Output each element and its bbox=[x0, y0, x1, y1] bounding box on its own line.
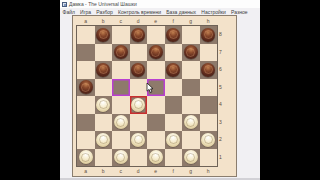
square-g3[interactable] bbox=[182, 114, 200, 132]
file-label-f: f bbox=[165, 16, 183, 26]
letterbox-left bbox=[0, 0, 60, 180]
square-f8[interactable] bbox=[165, 26, 183, 44]
square-b4[interactable] bbox=[95, 96, 113, 114]
square-g5[interactable] bbox=[182, 79, 200, 97]
rank-label-6: 6 bbox=[219, 61, 233, 79]
square-c4 bbox=[112, 96, 130, 114]
square-b2[interactable] bbox=[95, 131, 113, 149]
square-h2[interactable] bbox=[200, 131, 218, 149]
square-a5[interactable] bbox=[77, 79, 95, 97]
window-title: Дамка - The Universal Шашки bbox=[69, 0, 137, 8]
square-e6 bbox=[147, 61, 165, 79]
square-g1[interactable] bbox=[182, 149, 200, 167]
square-e4 bbox=[147, 96, 165, 114]
square-a8 bbox=[77, 26, 95, 44]
white-man-b4[interactable] bbox=[96, 98, 110, 112]
square-c8 bbox=[112, 26, 130, 44]
file-label-d: d bbox=[130, 16, 148, 26]
black-man-a5[interactable] bbox=[79, 80, 93, 94]
title-bar[interactable]: Дамка - The Universal Шашки bbox=[60, 0, 260, 8]
square-g4 bbox=[182, 96, 200, 114]
square-c1[interactable] bbox=[112, 149, 130, 167]
square-g8 bbox=[182, 26, 200, 44]
square-f7 bbox=[165, 44, 183, 62]
square-g7[interactable] bbox=[182, 44, 200, 62]
square-a2 bbox=[77, 131, 95, 149]
board-grid bbox=[77, 26, 217, 166]
white-man-f2[interactable] bbox=[166, 133, 180, 147]
file-label-h: h bbox=[200, 16, 218, 26]
square-e1[interactable] bbox=[147, 149, 165, 167]
square-e2 bbox=[147, 131, 165, 149]
black-man-c7[interactable] bbox=[114, 45, 128, 59]
black-man-h8[interactable] bbox=[201, 28, 215, 42]
file-label-e: e bbox=[147, 166, 165, 176]
square-d7 bbox=[130, 44, 148, 62]
square-b3 bbox=[95, 114, 113, 132]
rank-label-5: 5 bbox=[219, 79, 233, 97]
square-f3 bbox=[165, 114, 183, 132]
square-d2[interactable] bbox=[130, 131, 148, 149]
file-label-e: e bbox=[147, 16, 165, 26]
square-f4[interactable] bbox=[165, 96, 183, 114]
white-man-a1[interactable] bbox=[79, 150, 93, 164]
square-d3 bbox=[130, 114, 148, 132]
white-man-e1[interactable] bbox=[149, 150, 163, 164]
square-f5 bbox=[165, 79, 183, 97]
rank-label-2: 2 bbox=[219, 131, 233, 149]
white-man-g3[interactable] bbox=[184, 115, 198, 129]
black-man-e7[interactable] bbox=[149, 45, 163, 59]
black-man-f6[interactable] bbox=[166, 63, 180, 77]
rank-label-3: 3 bbox=[219, 114, 233, 132]
file-labels-top: abcdefgh bbox=[77, 16, 217, 26]
square-a3[interactable] bbox=[77, 114, 95, 132]
white-man-d2[interactable] bbox=[131, 133, 145, 147]
letterbox-right bbox=[260, 0, 320, 180]
black-man-d6[interactable] bbox=[131, 63, 145, 77]
square-d4[interactable] bbox=[130, 96, 148, 114]
square-h4[interactable] bbox=[200, 96, 218, 114]
file-label-g: g bbox=[182, 166, 200, 176]
square-g2 bbox=[182, 131, 200, 149]
white-man-c1[interactable] bbox=[114, 150, 128, 164]
rank-label-7: 7 bbox=[219, 44, 233, 62]
square-b8[interactable] bbox=[95, 26, 113, 44]
square-e7[interactable] bbox=[147, 44, 165, 62]
white-man-h2[interactable] bbox=[201, 133, 215, 147]
square-c3[interactable] bbox=[112, 114, 130, 132]
square-a6 bbox=[77, 61, 95, 79]
square-h6[interactable] bbox=[200, 61, 218, 79]
black-man-h6[interactable] bbox=[201, 63, 215, 77]
square-a7[interactable] bbox=[77, 44, 95, 62]
rank-label-4: 4 bbox=[219, 96, 233, 114]
square-c5[interactable] bbox=[112, 79, 130, 97]
square-e3[interactable] bbox=[147, 114, 165, 132]
app-window: Дамка - The Universal Шашки ФайлИграРазб… bbox=[60, 0, 260, 180]
mouse-cursor-icon bbox=[146, 83, 154, 94]
square-d6[interactable] bbox=[130, 61, 148, 79]
square-a4 bbox=[77, 96, 95, 114]
square-d8[interactable] bbox=[130, 26, 148, 44]
square-f6[interactable] bbox=[165, 61, 183, 79]
file-label-b: b bbox=[95, 166, 113, 176]
square-f2[interactable] bbox=[165, 131, 183, 149]
file-label-f: f bbox=[165, 166, 183, 176]
square-d5 bbox=[130, 79, 148, 97]
square-c2 bbox=[112, 131, 130, 149]
square-c7[interactable] bbox=[112, 44, 130, 62]
square-h3 bbox=[200, 114, 218, 132]
file-label-c: c bbox=[112, 16, 130, 26]
rank-label-8: 8 bbox=[219, 26, 233, 44]
square-d1 bbox=[130, 149, 148, 167]
square-b1 bbox=[95, 149, 113, 167]
square-h5 bbox=[200, 79, 218, 97]
square-e8 bbox=[147, 26, 165, 44]
app-icon bbox=[62, 2, 67, 7]
file-label-d: d bbox=[130, 166, 148, 176]
file-label-a: a bbox=[77, 166, 95, 176]
square-h8[interactable] bbox=[200, 26, 218, 44]
white-man-d4[interactable] bbox=[131, 98, 145, 112]
white-man-c3[interactable] bbox=[114, 115, 128, 129]
square-b6[interactable] bbox=[95, 61, 113, 79]
rank-label-1: 1 bbox=[219, 149, 233, 167]
square-h7 bbox=[200, 44, 218, 62]
file-label-a: a bbox=[77, 16, 95, 26]
square-f1 bbox=[165, 149, 183, 167]
black-man-b6[interactable] bbox=[96, 63, 110, 77]
square-b5 bbox=[95, 79, 113, 97]
file-labels-bottom: abcdefgh bbox=[77, 166, 217, 176]
file-label-b: b bbox=[95, 16, 113, 26]
rank-labels-right: 87654321 bbox=[219, 26, 233, 166]
file-label-c: c bbox=[112, 166, 130, 176]
black-man-f8[interactable] bbox=[166, 28, 180, 42]
square-h1 bbox=[200, 149, 218, 167]
square-c6 bbox=[112, 61, 130, 79]
square-b7 bbox=[95, 44, 113, 62]
white-man-b2[interactable] bbox=[96, 133, 110, 147]
file-label-h: h bbox=[200, 166, 218, 176]
square-a1[interactable] bbox=[77, 149, 95, 167]
square-g6 bbox=[182, 61, 200, 79]
white-man-g1[interactable] bbox=[184, 150, 198, 164]
checkers-board: abcdefgh 87654321 abcdefgh bbox=[72, 15, 237, 177]
black-man-d8[interactable] bbox=[131, 28, 145, 42]
black-man-b8[interactable] bbox=[96, 28, 110, 42]
black-man-g7[interactable] bbox=[184, 45, 198, 59]
file-label-g: g bbox=[182, 16, 200, 26]
